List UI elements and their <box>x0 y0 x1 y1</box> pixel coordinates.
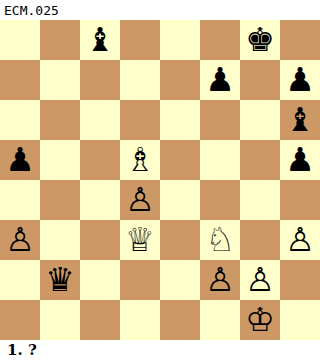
square-h4[interactable] <box>280 180 320 220</box>
piece-white-queen: ♕ <box>125 220 155 260</box>
square-h5[interactable]: ♟ <box>280 140 320 180</box>
square-a6[interactable] <box>0 100 40 140</box>
square-h6[interactable]: ♝ <box>280 100 320 140</box>
square-f1[interactable] <box>200 300 240 340</box>
square-e5[interactable] <box>160 140 200 180</box>
piece-black-bishop: ♝ <box>85 20 115 60</box>
move-prompt-bar: 1. ? <box>0 340 320 360</box>
square-a5[interactable]: ♟ <box>0 140 40 180</box>
square-f7[interactable]: ♟ <box>200 60 240 100</box>
square-f3[interactable]: ♘ <box>200 220 240 260</box>
piece-white-pawn: ♙ <box>285 220 315 260</box>
move-prompt: 1. ? <box>7 341 37 359</box>
square-f5[interactable] <box>200 140 240 180</box>
square-a2[interactable] <box>0 260 40 300</box>
square-d3[interactable]: ♕ <box>120 220 160 260</box>
piece-black-queen: ♛ <box>45 260 75 300</box>
square-d5[interactable]: ♗ <box>120 140 160 180</box>
square-c7[interactable] <box>80 60 120 100</box>
piece-black-bishop: ♝ <box>285 100 315 140</box>
square-g7[interactable] <box>240 60 280 100</box>
piece-white-pawn: ♙ <box>5 220 35 260</box>
square-e8[interactable] <box>160 20 200 60</box>
square-d4[interactable]: ♙ <box>120 180 160 220</box>
square-g1[interactable]: ♔ <box>240 300 280 340</box>
piece-black-pawn: ♟ <box>285 60 315 100</box>
square-b1[interactable] <box>40 300 80 340</box>
square-d2[interactable] <box>120 260 160 300</box>
square-e3[interactable] <box>160 220 200 260</box>
square-f4[interactable] <box>200 180 240 220</box>
square-g6[interactable] <box>240 100 280 140</box>
piece-white-pawn: ♙ <box>205 260 235 300</box>
square-a3[interactable]: ♙ <box>0 220 40 260</box>
square-g5[interactable] <box>240 140 280 180</box>
square-d8[interactable] <box>120 20 160 60</box>
square-c3[interactable] <box>80 220 120 260</box>
square-a8[interactable] <box>0 20 40 60</box>
square-e1[interactable] <box>160 300 200 340</box>
piece-white-pawn: ♙ <box>125 180 155 220</box>
piece-white-king: ♔ <box>245 300 275 340</box>
square-d1[interactable] <box>120 300 160 340</box>
square-a7[interactable] <box>0 60 40 100</box>
piece-white-knight: ♘ <box>205 220 235 260</box>
square-d6[interactable] <box>120 100 160 140</box>
square-g4[interactable] <box>240 180 280 220</box>
square-a1[interactable] <box>0 300 40 340</box>
square-h2[interactable] <box>280 260 320 300</box>
square-e6[interactable] <box>160 100 200 140</box>
title-bar: ECM.025 <box>0 0 320 20</box>
square-b3[interactable] <box>40 220 80 260</box>
square-b4[interactable] <box>40 180 80 220</box>
square-c8[interactable]: ♝ <box>80 20 120 60</box>
square-e7[interactable] <box>160 60 200 100</box>
square-c5[interactable] <box>80 140 120 180</box>
square-b7[interactable] <box>40 60 80 100</box>
square-a4[interactable] <box>0 180 40 220</box>
square-g8[interactable]: ♚ <box>240 20 280 60</box>
square-c6[interactable] <box>80 100 120 140</box>
square-c4[interactable] <box>80 180 120 220</box>
piece-black-pawn: ♟ <box>5 140 35 180</box>
square-h3[interactable]: ♙ <box>280 220 320 260</box>
square-c1[interactable] <box>80 300 120 340</box>
piece-white-bishop: ♗ <box>125 140 155 180</box>
square-f8[interactable] <box>200 20 240 60</box>
square-b6[interactable] <box>40 100 80 140</box>
puzzle-title: ECM.025 <box>4 3 59 18</box>
square-b5[interactable] <box>40 140 80 180</box>
square-f6[interactable] <box>200 100 240 140</box>
square-g3[interactable] <box>240 220 280 260</box>
square-b8[interactable] <box>40 20 80 60</box>
square-d7[interactable] <box>120 60 160 100</box>
piece-black-pawn: ♟ <box>285 140 315 180</box>
square-g2[interactable]: ♙ <box>240 260 280 300</box>
square-h7[interactable]: ♟ <box>280 60 320 100</box>
square-h1[interactable] <box>280 300 320 340</box>
square-h8[interactable] <box>280 20 320 60</box>
chess-board: ♝♚♟♟♝♟♗♟♙♙♕♘♙♛♙♙♔ <box>0 20 320 340</box>
piece-black-king: ♚ <box>245 20 275 60</box>
piece-black-pawn: ♟ <box>205 60 235 100</box>
square-e4[interactable] <box>160 180 200 220</box>
piece-white-pawn: ♙ <box>245 260 275 300</box>
square-c2[interactable] <box>80 260 120 300</box>
square-f2[interactable]: ♙ <box>200 260 240 300</box>
square-e2[interactable] <box>160 260 200 300</box>
square-b2[interactable]: ♛ <box>40 260 80 300</box>
